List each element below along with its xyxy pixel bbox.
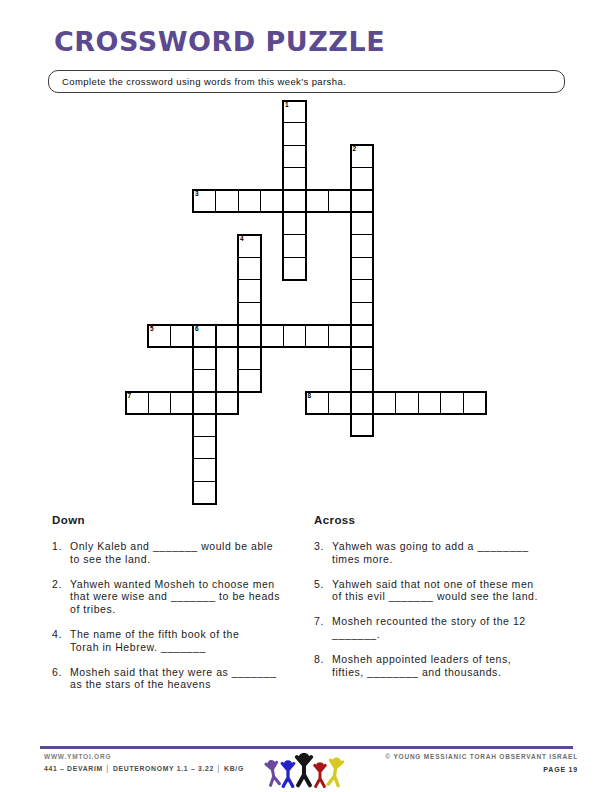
grid-cell: [283, 167, 307, 190]
grid-cell: [350, 167, 374, 190]
logo-figure-black: [297, 753, 311, 786]
grid-cell: [193, 458, 217, 481]
grid-cell: [283, 212, 307, 235]
clue-item-number: 8.: [314, 653, 332, 679]
clue-item: 1.Only Kaleb and _______ would be able t…: [52, 540, 310, 566]
clue-item: 2.Yahweh wanted Mosheh to choose men tha…: [52, 578, 310, 616]
clue-item-number: 7.: [314, 615, 332, 641]
grid-cell: [350, 414, 374, 437]
grid-cell: [170, 391, 194, 414]
grid-cell: [463, 391, 487, 414]
grid-cell: [283, 190, 307, 213]
clue-item: 4.The name of the fifth book of the Tora…: [52, 628, 310, 654]
clue-item: 3.Yahweh was going to add a ________ tim…: [314, 540, 578, 566]
grid-clue-number: 7: [128, 393, 132, 400]
grid-cell: [215, 391, 239, 414]
grid-cell: [418, 391, 442, 414]
instruction-text: Complete the crossword using words from …: [62, 76, 346, 87]
grid-cell: [350, 190, 374, 213]
clue-item-text: Only Kaleb and _______ would be able to …: [70, 540, 273, 566]
grid-cell: [440, 391, 464, 414]
logo-figure-red: [315, 762, 326, 786]
grid-cell: [238, 302, 262, 325]
ymtoi-kids-logo: [262, 748, 346, 792]
clue-item: 6.Mosheh said that they were as _______ …: [52, 666, 310, 692]
down-heading: Down: [52, 514, 310, 526]
grid-cell: [350, 234, 374, 257]
page-number: PAGE 19: [385, 766, 578, 773]
worksheet-page: CROSSWORD PUZZLE Complete the crossword …: [0, 0, 612, 792]
grid-cell: [193, 436, 217, 459]
grid-cell: [350, 257, 374, 280]
logo-figure-yellow: [327, 757, 343, 786]
clue-item: 5.Yahweh said that not one of these men …: [314, 578, 578, 604]
footer-reference: 441 – DEVARIM │ DEUTERONOMY 1.1 – 3.22 │…: [44, 765, 244, 772]
logo-figure-blue: [282, 760, 293, 786]
crossword-grid: 12345678: [125, 100, 489, 507]
clue-item-number: 3.: [314, 540, 332, 566]
grid-cell: [305, 324, 329, 347]
grid-cell: [283, 234, 307, 257]
logo-figure-purple: [265, 759, 280, 785]
grid-cell: [260, 324, 284, 347]
grid-cell: [238, 190, 262, 213]
across-clues-section: Across 3.Yahweh was going to add a _____…: [314, 514, 578, 690]
grid-cell: [395, 391, 419, 414]
footer-website: WWW.YMTOI.ORG: [44, 753, 244, 760]
down-clues-section: Down 1.Only Kaleb and _______ would be a…: [52, 514, 310, 703]
grid-cell: [373, 391, 397, 414]
grid-cell: [350, 279, 374, 302]
grid-cell: [328, 324, 352, 347]
grid-cell: [283, 145, 307, 168]
clue-item-number: 1.: [52, 540, 70, 566]
grid-cell: [148, 391, 172, 414]
grid-clue-number: 4: [240, 236, 244, 243]
down-clue-list: 1.Only Kaleb and _______ would be able t…: [52, 540, 310, 691]
across-heading: Across: [314, 514, 578, 526]
grid-cell: [328, 391, 352, 414]
clue-item-text: Mosheh said that they were as _______ as…: [70, 666, 277, 692]
clue-item-text: The name of the fifth book of the Torah …: [70, 628, 239, 654]
grid-clue-number: 5: [150, 326, 154, 333]
grid-cell: [283, 257, 307, 280]
grid-cell: [283, 324, 307, 347]
grid-cell: [215, 190, 239, 213]
clue-item-text: Yahweh wanted Mosheh to choose men that …: [70, 578, 280, 616]
clue-item-number: 2.: [52, 578, 70, 616]
page-title: CROSSWORD PUZZLE: [54, 26, 385, 57]
grid-cell: [170, 324, 194, 347]
grid-cell: [193, 391, 217, 414]
grid-cell: [350, 324, 374, 347]
grid-cell: [193, 369, 217, 392]
grid-cell: [215, 324, 239, 347]
clue-item-number: 5.: [314, 578, 332, 604]
grid-clue-number: 8: [308, 393, 312, 400]
grid-cell: [350, 302, 374, 325]
instruction-box: Complete the crossword using words from …: [48, 70, 565, 93]
footer-copyright: © YOUNG MESSIANIC TORAH OBSERVANT ISRAEL: [385, 753, 578, 760]
grid-cell: [193, 414, 217, 437]
grid-clue-number: 6: [195, 326, 199, 333]
grid-cell: [260, 190, 284, 213]
clue-item-text: Mosheh recounted the story of the 12 ___…: [332, 615, 526, 641]
grid-cell: [350, 369, 374, 392]
grid-cell: [238, 369, 262, 392]
across-clue-list: 3.Yahweh was going to add a ________ tim…: [314, 540, 578, 678]
clue-item-text: Mosheh appointed leaders of tens, fiftie…: [332, 653, 511, 679]
grid-cell: [193, 346, 217, 369]
grid-cell: [238, 346, 262, 369]
grid-cell: [350, 212, 374, 235]
footer-left: WWW.YMTOI.ORG 441 – DEVARIM │ DEUTERONOM…: [44, 753, 244, 772]
grid-cell: [238, 257, 262, 280]
grid-cell: [238, 324, 262, 347]
grid-cell: [305, 190, 329, 213]
grid-cell: [350, 391, 374, 414]
grid-clue-number: 3: [195, 191, 199, 198]
grid-cell: [193, 481, 217, 504]
clue-item-number: 4.: [52, 628, 70, 654]
grid-cell: [283, 122, 307, 145]
grid-cell: [328, 190, 352, 213]
grid-clue-number: 2: [353, 146, 357, 153]
clue-item: 7.Mosheh recounted the story of the 12 _…: [314, 615, 578, 641]
footer-right: © YOUNG MESSIANIC TORAH OBSERVANT ISRAEL…: [385, 753, 578, 773]
grid-clue-number: 1: [285, 102, 289, 109]
grid-cell: [238, 279, 262, 302]
clue-item-number: 6.: [52, 666, 70, 692]
clue-item-text: Yahweh was going to add a ________ times…: [332, 540, 529, 566]
clue-item: 8.Mosheh appointed leaders of tens, fift…: [314, 653, 578, 679]
clue-item-text: Yahweh said that not one of these men of…: [332, 578, 538, 604]
grid-cell: [350, 346, 374, 369]
